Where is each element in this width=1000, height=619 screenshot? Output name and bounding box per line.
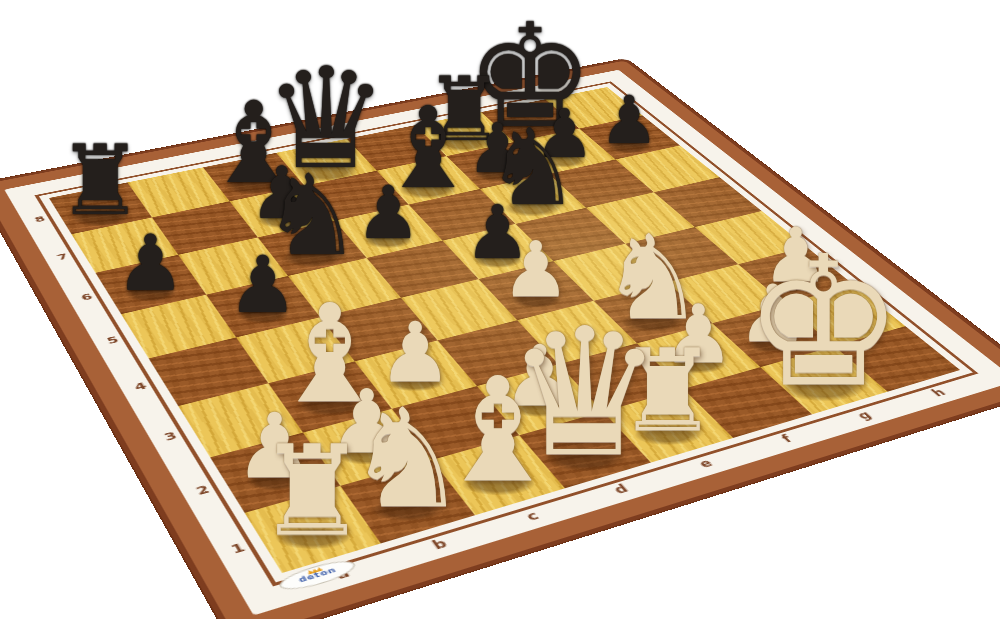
photo-stage: 87654321abcdefgh deton ♜♝♛♜♚♟♝♟♟♟♟♞♟♞♟♟♟…: [0, 0, 1000, 619]
chess-board: 87654321abcdefgh deton: [49, 87, 960, 573]
